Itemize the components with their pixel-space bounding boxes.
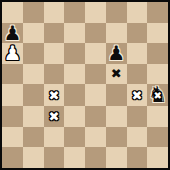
square-e6[interactable] (85, 43, 106, 64)
square-a1[interactable] (2, 147, 23, 168)
square-c3[interactable]: ✖ (44, 106, 65, 127)
square-b4[interactable] (23, 84, 44, 106)
square-a5[interactable] (2, 64, 23, 85)
white-x-marker: ✖ (48, 110, 59, 123)
square-a7[interactable]: ♟ (2, 23, 23, 44)
square-e7[interactable] (85, 23, 106, 44)
square-e2[interactable] (85, 127, 106, 148)
square-b8[interactable] (23, 2, 44, 23)
square-c6[interactable] (44, 43, 65, 64)
white-pawn-piece: ♟ (3, 43, 21, 63)
square-b3[interactable] (23, 106, 44, 127)
square-h1[interactable] (147, 147, 168, 168)
square-b5[interactable] (23, 64, 44, 85)
square-g2[interactable] (127, 127, 148, 148)
square-e3[interactable] (85, 106, 106, 127)
square-d4[interactable] (64, 84, 85, 106)
square-d5[interactable] (64, 64, 85, 85)
square-a4[interactable] (2, 84, 23, 106)
square-d1[interactable] (64, 147, 85, 168)
square-f7[interactable] (106, 23, 127, 44)
square-d3[interactable] (64, 106, 85, 127)
chess-board: ♟♟♟✖✖✖♞✖✖ (0, 0, 170, 170)
square-e1[interactable] (85, 147, 106, 168)
square-a6[interactable]: ♟ (2, 43, 23, 64)
square-e4[interactable] (85, 84, 106, 106)
square-e8[interactable] (85, 2, 106, 23)
square-f3[interactable] (106, 106, 127, 127)
square-g5[interactable] (127, 64, 148, 85)
square-c1[interactable] (44, 147, 65, 168)
square-f2[interactable] (106, 127, 127, 148)
square-f1[interactable] (106, 147, 127, 168)
square-g3[interactable] (127, 106, 148, 127)
black-x-marker: ✖ (111, 67, 122, 80)
square-d6[interactable] (64, 43, 85, 64)
square-a8[interactable] (2, 2, 23, 23)
square-h6[interactable] (147, 43, 168, 64)
square-e5[interactable] (85, 64, 106, 85)
square-f4[interactable] (106, 84, 127, 106)
square-d8[interactable] (64, 2, 85, 23)
black-pawn-piece: ♟ (107, 43, 125, 63)
square-g4[interactable]: ✖ (127, 84, 148, 106)
black-pawn-piece: ♟ (3, 23, 21, 43)
square-g7[interactable] (127, 23, 148, 44)
square-g8[interactable] (127, 2, 148, 23)
square-c4[interactable]: ✖ (44, 84, 65, 106)
square-d7[interactable] (64, 23, 85, 44)
square-b1[interactable] (23, 147, 44, 168)
square-a2[interactable] (2, 127, 23, 148)
square-h8[interactable] (147, 2, 168, 23)
square-h2[interactable] (147, 127, 168, 148)
square-c2[interactable] (44, 127, 65, 148)
square-f6[interactable]: ♟ (106, 43, 127, 64)
square-h5[interactable] (147, 64, 168, 85)
square-b6[interactable] (23, 43, 44, 64)
square-f8[interactable] (106, 2, 127, 23)
square-c7[interactable] (44, 23, 65, 44)
square-b2[interactable] (23, 127, 44, 148)
square-a3[interactable] (2, 106, 23, 127)
square-g1[interactable] (127, 147, 148, 168)
square-g6[interactable] (127, 43, 148, 64)
white-x-marker: ✖ (131, 89, 142, 102)
square-h4[interactable]: ♞✖ (147, 84, 168, 106)
black-knight-piece: ♞ (148, 84, 168, 106)
square-f5[interactable]: ✖ (106, 64, 127, 85)
square-d2[interactable] (64, 127, 85, 148)
white-x-marker: ✖ (48, 89, 59, 102)
square-b7[interactable] (23, 23, 44, 44)
square-h3[interactable] (147, 106, 168, 127)
square-c5[interactable] (44, 64, 65, 85)
square-h7[interactable] (147, 23, 168, 44)
square-c8[interactable] (44, 2, 65, 23)
